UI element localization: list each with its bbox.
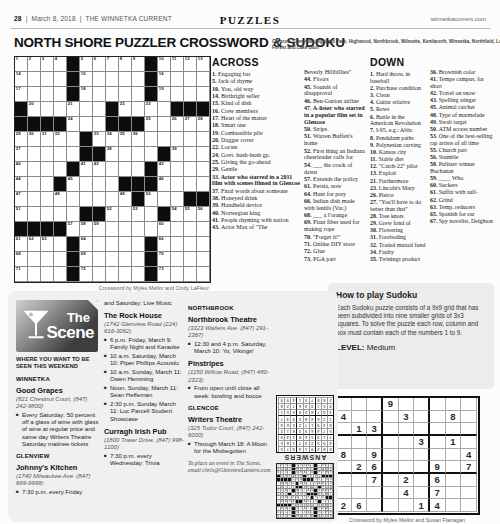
sudoku-answer-cell: 8 xyxy=(327,422,333,428)
cell-number: 39 xyxy=(172,147,177,151)
crossword-black-cell xyxy=(145,162,158,177)
crossword-cell[interactable]: 70 xyxy=(158,252,171,267)
crossword-cell[interactable] xyxy=(80,117,93,132)
sudoku-empty-cell[interactable] xyxy=(399,449,415,462)
crossword-cell[interactable] xyxy=(197,177,210,192)
crossword-cell[interactable]: 37 xyxy=(15,147,28,162)
clue: 71. Online DIY store xyxy=(304,241,366,248)
crossword-cell[interactable] xyxy=(184,252,197,267)
crossword-cell[interactable] xyxy=(171,267,184,282)
clue: 61. Suffix with sulf- xyxy=(430,189,494,196)
crossword-cell[interactable] xyxy=(197,147,210,162)
crossword-cell[interactable] xyxy=(28,267,41,282)
crossword-cell[interactable] xyxy=(184,87,197,102)
crossword-cell[interactable] xyxy=(184,147,197,162)
sudoku-empty-cell[interactable] xyxy=(352,449,368,462)
crossword-cell[interactable] xyxy=(106,267,119,282)
crossword-cell[interactable]: 42 xyxy=(93,162,106,177)
crossword-cell[interactable] xyxy=(171,237,184,252)
crossword-cell[interactable] xyxy=(93,87,106,102)
crossword-cell[interactable] xyxy=(119,222,132,237)
crossword-cell[interactable]: 58 xyxy=(80,222,93,237)
crossword-cell[interactable] xyxy=(106,87,119,102)
crossword-cell[interactable] xyxy=(106,222,119,237)
sudoku-empty-cell[interactable] xyxy=(446,487,462,500)
crossword-cell[interactable]: 4 xyxy=(54,57,67,72)
crossword-cell[interactable] xyxy=(54,267,67,282)
crossword-cell[interactable] xyxy=(54,162,67,177)
crossword-cell[interactable] xyxy=(132,147,145,162)
crossword-cell[interactable] xyxy=(54,147,67,162)
sudoku-answer-cell: 4 xyxy=(315,428,321,434)
sudoku-given-cell: 3 xyxy=(367,423,383,436)
crossword-cell[interactable]: 1 xyxy=(15,57,28,72)
crossword-black-cell xyxy=(197,102,210,117)
crossword-cell[interactable] xyxy=(184,222,197,237)
sudoku-empty-cell[interactable] xyxy=(414,474,430,487)
crossword-cell[interactable] xyxy=(93,237,106,252)
sudoku-empty-cell[interactable] xyxy=(461,436,477,449)
sudoku-empty-cell[interactable] xyxy=(461,499,477,512)
sudoku-empty-cell[interactable] xyxy=(446,398,462,411)
crossword-cell[interactable]: 14 xyxy=(15,72,28,87)
cell-number: 40 xyxy=(16,162,21,166)
crossword-cell[interactable] xyxy=(197,132,210,147)
scene-venue: Curragh Irish Pub xyxy=(104,427,184,436)
crossword-cell[interactable]: 23 xyxy=(145,102,158,117)
crossword-cell[interactable] xyxy=(54,207,67,222)
sudoku-empty-cell[interactable] xyxy=(367,487,383,500)
crossword-cell[interactable]: 19 xyxy=(158,87,171,102)
crossword-cell[interactable]: 17 xyxy=(15,87,28,102)
crossword-cell[interactable]: 69 xyxy=(80,252,93,267)
crossword-cell[interactable] xyxy=(41,267,54,282)
clue: 51. Warren Buffett's home xyxy=(304,133,366,147)
crossword-cell[interactable]: 28 xyxy=(197,117,210,132)
crossword-cell[interactable]: 33 xyxy=(93,132,106,147)
sudoku-empty-cell[interactable] xyxy=(383,499,399,512)
crossword-cell[interactable] xyxy=(132,237,145,252)
clue: 19. Combustible pile xyxy=(212,130,300,137)
sudoku-given-cell: 4 xyxy=(399,487,415,500)
sudoku-empty-cell[interactable] xyxy=(414,449,430,462)
crossword-black-cell xyxy=(15,117,28,132)
crossword-cell[interactable]: 12 xyxy=(184,57,197,72)
crossword-cell[interactable] xyxy=(106,192,119,207)
sudoku-empty-cell[interactable] xyxy=(399,461,415,474)
crossword-cell[interactable]: 46 xyxy=(158,177,171,192)
crossword-cell[interactable]: 60 xyxy=(158,222,171,237)
crossword-cell[interactable]: 22 xyxy=(119,102,132,117)
crossword-cell[interactable]: 54 xyxy=(171,207,184,222)
crossword-cell[interactable]: 43 xyxy=(158,162,171,177)
clue: 40. Norwegian king xyxy=(212,210,300,217)
crossword-cell[interactable]: 10 xyxy=(158,57,171,72)
crossword-cell[interactable]: 68 xyxy=(15,252,28,267)
cell-number: 38 xyxy=(107,147,112,151)
sudoku-answer-cell: 9 xyxy=(315,422,321,428)
crossword-cell[interactable] xyxy=(145,132,158,147)
clue: 18. Smart one xyxy=(212,122,300,129)
crossword-cell[interactable] xyxy=(145,207,158,222)
sudoku-empty-cell[interactable] xyxy=(336,436,352,449)
crossword-cell[interactable]: 62 xyxy=(28,237,41,252)
crossword-cell[interactable] xyxy=(119,72,132,87)
crossword-cell[interactable] xyxy=(93,177,106,192)
crossword-cell[interactable]: 56 xyxy=(197,207,210,222)
sudoku-empty-cell[interactable] xyxy=(352,411,368,424)
sudoku-answer-cell: 5 xyxy=(278,446,284,452)
sudoku-empty-cell[interactable] xyxy=(336,461,352,474)
sudoku-empty-cell[interactable] xyxy=(399,423,415,436)
crossword-cell[interactable] xyxy=(41,102,54,117)
crossword-cell[interactable] xyxy=(28,147,41,162)
crossword-cell[interactable] xyxy=(158,192,171,207)
cell-number: 33 xyxy=(94,132,99,136)
sudoku-empty-cell[interactable] xyxy=(414,398,430,411)
crossword-cell[interactable]: 55 xyxy=(184,207,197,222)
crossword-cell[interactable]: 48 xyxy=(54,192,67,207)
crossword-cell[interactable]: 11 xyxy=(171,57,184,72)
scene-venue: Pinstripes xyxy=(188,359,272,368)
clue: 61. Persia, now xyxy=(304,183,366,190)
cell-number: 9 xyxy=(133,57,135,61)
crossword-cell[interactable]: 73 xyxy=(158,267,171,282)
crossword-cell[interactable] xyxy=(28,252,41,267)
crossword-cell[interactable]: 41 xyxy=(80,162,93,177)
crossword-cell[interactable] xyxy=(171,72,184,87)
clue: 4. Guitar relative xyxy=(370,99,426,106)
sudoku-given-cell: 9 xyxy=(383,398,399,411)
crossword-cell[interactable] xyxy=(158,117,171,132)
sudoku-empty-cell[interactable] xyxy=(414,411,430,424)
crossword-cell[interactable]: 5 xyxy=(80,57,93,72)
sudoku-given-cell: 2 xyxy=(336,499,352,512)
crossword-cell[interactable] xyxy=(93,117,106,132)
crossword-cell[interactable]: 47 xyxy=(15,192,28,207)
sudoku-empty-cell[interactable] xyxy=(461,487,477,500)
crossword-cell[interactable] xyxy=(158,132,171,147)
sudoku-empty-cell[interactable] xyxy=(336,474,352,487)
crossword-cell[interactable] xyxy=(41,252,54,267)
sudoku-given-cell: 7 xyxy=(367,474,383,487)
sudoku-empty-cell[interactable] xyxy=(383,436,399,449)
crossword-cell[interactable] xyxy=(41,147,54,162)
crossword-cell[interactable] xyxy=(67,132,80,147)
crossword-cell[interactable]: 34 xyxy=(106,132,119,147)
clue: 34. Faulty xyxy=(370,249,426,256)
cell-number: 36 xyxy=(133,132,138,136)
crossword-cell[interactable]: 72 xyxy=(80,267,93,282)
crossword-cell[interactable] xyxy=(28,177,41,192)
crossword-cell[interactable] xyxy=(132,252,145,267)
crossword-cell[interactable]: 18 xyxy=(80,87,93,102)
clue: Beverly Hillbillies" xyxy=(304,69,366,76)
crossword-cell[interactable] xyxy=(41,177,54,192)
crossword-cell[interactable]: 3 xyxy=(41,57,54,72)
crossword-cell[interactable]: 8 xyxy=(119,57,132,72)
clue: 2. Purchase condition xyxy=(370,85,426,92)
crossword-cell[interactable]: 50 xyxy=(145,192,158,207)
crossword-cell[interactable] xyxy=(184,72,197,87)
sudoku-empty-cell[interactable] xyxy=(430,398,446,411)
crossword-cell[interactable] xyxy=(93,102,106,117)
crossword-cell[interactable] xyxy=(171,177,184,192)
crossword-cell[interactable]: 52 xyxy=(106,207,119,222)
crossword-cell[interactable]: 53 xyxy=(132,207,145,222)
crossword-cell[interactable]: 2 xyxy=(28,57,41,72)
sudoku-empty-cell[interactable] xyxy=(461,411,477,424)
sudoku-empty-cell[interactable] xyxy=(336,398,352,411)
sudoku-empty-cell[interactable] xyxy=(414,461,430,474)
crossword-cell[interactable] xyxy=(171,222,184,237)
crossword-cell[interactable] xyxy=(184,177,197,192)
crossword-cell[interactable]: 39 xyxy=(171,147,184,162)
crossword-cell[interactable] xyxy=(54,252,67,267)
clue: 52. First thing an Indiana cheerleader c… xyxy=(304,148,366,162)
crossword-cell[interactable] xyxy=(197,162,210,177)
crossword-cell[interactable]: 66 xyxy=(158,237,171,252)
crossword-cell[interactable] xyxy=(41,72,54,87)
crossword-cell[interactable]: 38 xyxy=(106,147,119,162)
crossword-black-cell xyxy=(67,267,80,282)
crossword-cell[interactable]: 21 xyxy=(67,102,80,117)
crossword-black-cell xyxy=(132,192,145,207)
crossword-cell[interactable] xyxy=(93,252,106,267)
crossword-grid[interactable]: 1234567891011121314151617181920212223242… xyxy=(14,56,211,283)
sudoku-empty-cell[interactable] xyxy=(430,449,446,462)
across-clues-column-2: Beverly Hillbillies"44. Floors45. Sounds… xyxy=(304,56,366,263)
crossword-cell[interactable] xyxy=(106,177,119,192)
sudoku-answer-cell: 3 xyxy=(309,403,315,409)
crossword-cell[interactable] xyxy=(28,72,41,87)
sudoku-empty-cell[interactable] xyxy=(367,499,383,512)
sudoku-empty-cell[interactable] xyxy=(367,411,383,424)
scene-panel: The Scene WHERE YOU WANT TO BE SEEN THIS… xyxy=(8,291,338,522)
crossword-cell[interactable] xyxy=(41,192,54,207)
crossword-cell[interactable] xyxy=(41,87,54,102)
crossword-cell[interactable]: 29 xyxy=(15,132,28,147)
crossword-cell[interactable] xyxy=(80,102,93,117)
crossword-cell[interactable] xyxy=(184,162,197,177)
crossword-cell[interactable] xyxy=(197,87,210,102)
crossword-cell[interactable]: 13 xyxy=(197,57,210,72)
crossword-cell[interactable] xyxy=(119,87,132,102)
crossword-cell[interactable] xyxy=(119,237,132,252)
crossword-cell[interactable] xyxy=(54,102,67,117)
crossword-cell[interactable] xyxy=(119,162,132,177)
sudoku-empty-cell[interactable] xyxy=(414,423,430,436)
crossword-cell[interactable]: 61 xyxy=(15,237,28,252)
sudoku-empty-cell[interactable] xyxy=(430,411,446,424)
cell-number: 24 xyxy=(68,117,73,121)
cell-number: 16 xyxy=(159,72,164,76)
sudoku-answer-cell: 7 xyxy=(290,403,296,409)
crossword-cell[interactable] xyxy=(93,72,106,87)
across-header: ACROSS xyxy=(212,56,300,68)
crossword-cell[interactable] xyxy=(106,237,119,252)
crossword-cell[interactable] xyxy=(145,147,158,162)
sudoku-empty-cell[interactable] xyxy=(352,436,368,449)
crossword-cell[interactable]: 71 xyxy=(15,267,28,282)
crossword-cell[interactable]: 15 xyxy=(80,72,93,87)
sudoku-empty-cell[interactable] xyxy=(446,499,462,512)
crossword-cell[interactable] xyxy=(197,267,210,282)
crossword-cell[interactable] xyxy=(28,162,41,177)
crossword-cell[interactable]: 30 xyxy=(28,132,41,147)
crossword-cell[interactable] xyxy=(41,162,54,177)
cell-number: 55 xyxy=(185,207,190,211)
sudoku-empty-cell[interactable] xyxy=(352,487,368,500)
crossword-cell[interactable]: 36 xyxy=(132,132,145,147)
crossword-black-cell xyxy=(15,222,28,237)
sudoku-empty-cell[interactable] xyxy=(383,487,399,500)
crossword-cell[interactable] xyxy=(171,192,184,207)
crossword-cell[interactable] xyxy=(28,207,41,222)
crossword-cell[interactable]: 45 xyxy=(67,177,80,192)
crossword-cell[interactable] xyxy=(106,72,119,87)
crossword-cell[interactable] xyxy=(106,162,119,177)
crossword-cell[interactable] xyxy=(28,87,41,102)
crossword-cell[interactable]: 35 xyxy=(119,132,132,147)
crossword-cell[interactable]: 49 xyxy=(119,192,132,207)
crossword-cell[interactable] xyxy=(132,162,145,177)
clue: 39. Handheld device xyxy=(212,202,300,209)
crossword-cell[interactable] xyxy=(54,87,67,102)
crossword-cell[interactable]: 57 xyxy=(67,222,80,237)
clue: 49. Swab target xyxy=(430,119,494,126)
scene-tagline: WHERE YOU WANT TO BE SEEN THIS WEEKEND xyxy=(16,356,100,370)
crossword-cell[interactable]: 24 xyxy=(67,117,80,132)
crossword-cell[interactable] xyxy=(171,132,184,147)
sudoku-empty-cell[interactable] xyxy=(461,423,477,436)
sudoku-empty-cell[interactable] xyxy=(367,436,383,449)
crossword-cell[interactable] xyxy=(119,252,132,267)
sudoku-empty-cell[interactable] xyxy=(430,423,446,436)
crossword-cell[interactable] xyxy=(41,207,54,222)
crossword-cell[interactable] xyxy=(119,147,132,162)
crossword-cell[interactable] xyxy=(197,72,210,87)
cell-number: 61 xyxy=(16,237,21,241)
sudoku-empty-cell[interactable] xyxy=(336,423,352,436)
crossword-cell[interactable]: 25 xyxy=(145,117,158,132)
crossword-cell[interactable]: 7 xyxy=(106,57,119,72)
crossword-cell[interactable] xyxy=(106,252,119,267)
cell-number: 31 xyxy=(42,132,47,136)
crossword-cell[interactable]: 51 xyxy=(15,207,28,222)
crossword-cell[interactable]: 59 xyxy=(93,222,106,237)
crossword-cell[interactable]: 6 xyxy=(93,57,106,72)
sudoku-empty-cell[interactable] xyxy=(383,411,399,424)
sudoku-empty-cell[interactable] xyxy=(383,449,399,462)
sudoku-answer-cell: 3 xyxy=(290,446,296,452)
sudoku-empty-cell[interactable] xyxy=(336,487,352,500)
crossword-cell[interactable]: 44 xyxy=(15,177,28,192)
crossword-cell[interactable]: 16 xyxy=(158,72,171,87)
sudoku-empty-cell[interactable] xyxy=(446,423,462,436)
crossword-cell[interactable] xyxy=(145,222,158,237)
crossword-cell[interactable] xyxy=(132,267,145,282)
crossword-cell[interactable] xyxy=(197,237,210,252)
clue: 6. Battle in the American Revolution xyxy=(370,114,426,127)
crossword-cell[interactable] xyxy=(158,102,171,117)
crossword-cell[interactable] xyxy=(119,207,132,222)
sudoku-empty-cell[interactable] xyxy=(461,398,477,411)
sudoku-empty-cell[interactable] xyxy=(399,436,415,449)
sudoku-empty-cell[interactable] xyxy=(446,474,462,487)
crossword-cell[interactable] xyxy=(184,237,197,252)
clue: 25. Giving the go-ahead xyxy=(212,159,300,166)
crossword-cell[interactable] xyxy=(132,102,145,117)
crossword-cell[interactable] xyxy=(184,267,197,282)
sudoku-empty-cell[interactable] xyxy=(399,398,415,411)
sudoku-empty-cell[interactable] xyxy=(430,436,446,449)
scene-item: 6 p.m. Friday, March 9: Family Night and… xyxy=(104,337,184,352)
sudoku-empty-cell[interactable] xyxy=(414,487,430,500)
crossword-cell[interactable]: 32 xyxy=(54,132,67,147)
crossword-black-cell xyxy=(145,237,158,252)
clue: 55. Church part xyxy=(430,147,494,154)
sudoku-answer-cell: 9 xyxy=(284,397,290,403)
crossword-cell[interactable]: 27 xyxy=(184,117,197,132)
crossword-cell[interactable] xyxy=(28,192,41,207)
crossword-cell[interactable] xyxy=(93,267,106,282)
sudoku-empty-cell[interactable] xyxy=(399,499,415,512)
crossword-cell[interactable] xyxy=(197,252,210,267)
crossword-black-cell xyxy=(145,177,158,192)
scene-text: and Saturday: Live Music xyxy=(104,300,184,307)
crossword-cell[interactable] xyxy=(132,222,145,237)
sudoku-empty-cell[interactable] xyxy=(367,398,383,411)
crossword-cell[interactable] xyxy=(67,192,80,207)
crossword-black-cell xyxy=(119,177,132,192)
crossword-cell[interactable] xyxy=(119,267,132,282)
crossword-cell[interactable] xyxy=(132,72,145,87)
sudoku-empty-cell[interactable] xyxy=(352,474,368,487)
crossword-cell[interactable] xyxy=(54,72,67,87)
crossword-cell[interactable] xyxy=(54,237,67,252)
sudoku-empty-cell[interactable] xyxy=(446,449,462,462)
clue: 27. "You'll have to do better than that" xyxy=(370,199,426,212)
crossword-cell[interactable]: 9 xyxy=(132,57,145,72)
crossword-cell[interactable] xyxy=(67,147,80,162)
sudoku-empty-cell[interactable] xyxy=(383,423,399,436)
crossword-cell[interactable]: 63 xyxy=(41,237,54,252)
crossword-cell[interactable] xyxy=(171,87,184,102)
crossword-cell[interactable]: 40 xyxy=(15,162,28,177)
sudoku-empty-cell[interactable] xyxy=(383,474,399,487)
sudoku-empty-cell[interactable] xyxy=(383,461,399,474)
crossword-cell[interactable] xyxy=(132,87,145,102)
crossword-cell[interactable] xyxy=(171,162,184,177)
sudoku-empty-cell[interactable] xyxy=(446,461,462,474)
crossword-cell[interactable] xyxy=(93,192,106,207)
crossword-cell[interactable] xyxy=(171,252,184,267)
sudoku-grid[interactable]: 943813318942697726472614 xyxy=(334,396,480,515)
sudoku-empty-cell[interactable] xyxy=(461,474,477,487)
crossword-cell[interactable] xyxy=(67,207,80,222)
crossword-cell[interactable]: 31 xyxy=(41,132,54,147)
crossword-cell[interactable] xyxy=(197,222,210,237)
crossword-cell[interactable]: 64 xyxy=(80,237,93,252)
crossword-cell[interactable] xyxy=(80,192,93,207)
crossword-cell[interactable] xyxy=(80,177,93,192)
crossword-cell[interactable]: 20 xyxy=(28,102,41,117)
sudoku-answer-cell: 7 xyxy=(296,440,302,446)
sudoku-empty-cell[interactable] xyxy=(352,398,368,411)
crossword-cell[interactable] xyxy=(184,132,197,147)
crossword-cell[interactable]: 26 xyxy=(171,117,184,132)
